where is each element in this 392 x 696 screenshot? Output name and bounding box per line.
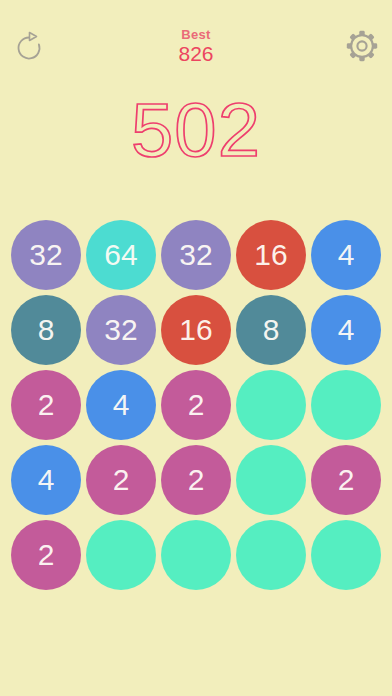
empty-cell[interactable] [86, 520, 156, 590]
tile-4[interactable]: 4 [11, 445, 81, 515]
empty-cell[interactable] [236, 520, 306, 590]
best-label: Best [0, 28, 392, 42]
empty-cell[interactable] [311, 520, 381, 590]
empty-cell[interactable] [311, 370, 381, 440]
empty-cell[interactable] [161, 520, 231, 590]
tile-16[interactable]: 16 [161, 295, 231, 365]
tile-2[interactable]: 2 [11, 520, 81, 590]
tile-16[interactable]: 16 [236, 220, 306, 290]
best-score-block: Best 826 [0, 28, 392, 65]
tile-4[interactable]: 4 [86, 370, 156, 440]
tile-2[interactable]: 2 [311, 445, 381, 515]
board: 326432164832168424242222 [11, 220, 381, 590]
settings-button[interactable] [345, 29, 379, 63]
tile-4[interactable]: 4 [311, 295, 381, 365]
tile-2[interactable]: 2 [161, 445, 231, 515]
tile-8[interactable]: 8 [236, 295, 306, 365]
tile-32[interactable]: 32 [161, 220, 231, 290]
tile-2[interactable]: 2 [86, 445, 156, 515]
tile-2[interactable]: 2 [11, 370, 81, 440]
game-screen: Best 826 502 326432164832168424242222 [0, 0, 392, 696]
tile-8[interactable]: 8 [11, 295, 81, 365]
tile-2[interactable]: 2 [161, 370, 231, 440]
empty-cell[interactable] [236, 370, 306, 440]
tile-4[interactable]: 4 [311, 220, 381, 290]
gear-icon [345, 29, 379, 63]
current-score: 502 [0, 92, 392, 168]
tile-32[interactable]: 32 [11, 220, 81, 290]
empty-cell[interactable] [236, 445, 306, 515]
tile-64[interactable]: 64 [86, 220, 156, 290]
tile-32[interactable]: 32 [86, 295, 156, 365]
best-value: 826 [0, 42, 392, 65]
